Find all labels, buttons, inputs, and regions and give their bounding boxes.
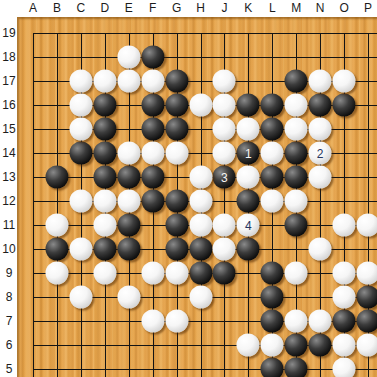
white-stone-D17 (93, 70, 116, 93)
grid-line-col-A (33, 33, 34, 377)
white-stone-M9 (285, 262, 308, 285)
black-stone-B13 (45, 166, 68, 189)
grid-line-row-5 (33, 369, 377, 370)
white-stone-D9 (93, 262, 116, 285)
white-stone-C17 (69, 70, 92, 93)
black-stone-K16 (237, 94, 260, 117)
white-stone-O8 (333, 286, 356, 309)
white-stone-J14 (213, 142, 236, 165)
black-stone-D13 (93, 166, 116, 189)
black-stone-K14: 1 (237, 142, 260, 165)
row-label-18: 18 (2, 51, 15, 63)
black-stone-G11 (165, 214, 188, 237)
column-label-A: A (29, 2, 37, 14)
black-stone-F16 (141, 94, 164, 117)
column-label-B: B (53, 2, 61, 14)
black-stone-L7 (261, 310, 284, 333)
column-label-D: D (100, 2, 109, 14)
white-stone-O9 (333, 262, 356, 285)
move-number-1: 1 (245, 147, 252, 159)
white-stone-N7 (309, 310, 332, 333)
white-stone-H12 (189, 190, 212, 213)
black-stone-M11 (285, 214, 308, 237)
white-stone-M12 (285, 190, 308, 213)
column-label-K: K (244, 2, 252, 14)
white-stone-L14 (261, 142, 284, 165)
black-stone-F13 (141, 166, 164, 189)
row-label-11: 11 (3, 219, 15, 231)
black-stone-D10 (93, 238, 116, 261)
black-stone-G17 (165, 70, 188, 93)
white-stone-H8 (189, 286, 212, 309)
white-stone-M7 (285, 310, 308, 333)
black-stone-L5 (261, 358, 284, 377)
white-stone-M15 (285, 118, 308, 141)
white-stone-P11 (357, 214, 377, 237)
white-stone-N14: 2 (309, 142, 332, 165)
black-stone-F15 (141, 118, 164, 141)
white-stone-C16 (69, 94, 92, 117)
black-stone-H10 (189, 238, 212, 261)
grid-line-row-18 (33, 57, 377, 58)
column-label-G: G (172, 2, 181, 14)
white-stone-F17 (141, 70, 164, 93)
white-stone-O6 (333, 334, 356, 357)
white-stone-J17 (213, 70, 236, 93)
row-label-9: 9 (6, 267, 13, 279)
row-label-19: 19 (2, 27, 15, 39)
go-board-screenshot: 1324 ABCDEFGHJKLMNOP 1918171615141312111… (0, 0, 377, 377)
black-stone-G12 (165, 190, 188, 213)
black-stone-D15 (93, 118, 116, 141)
white-stone-H16 (189, 94, 212, 117)
black-stone-M13 (285, 166, 308, 189)
row-label-14: 14 (2, 147, 15, 159)
white-stone-E8 (117, 286, 140, 309)
row-label-7: 7 (6, 315, 13, 327)
column-label-C: C (77, 2, 86, 14)
black-stone-H9 (189, 262, 212, 285)
black-stone-N6 (309, 334, 332, 357)
black-stone-L8 (261, 286, 284, 309)
white-stone-H11 (189, 214, 212, 237)
white-stone-P9 (357, 262, 377, 285)
row-label-5: 5 (6, 363, 13, 375)
row-label-15: 15 (2, 123, 15, 135)
white-stone-C8 (69, 286, 92, 309)
white-stone-C15 (69, 118, 92, 141)
black-stone-K10 (237, 238, 260, 261)
white-stone-B9 (45, 262, 68, 285)
white-stone-N13 (309, 166, 332, 189)
move-number-2: 2 (317, 147, 324, 159)
row-label-10: 10 (2, 243, 15, 255)
white-stone-L6 (261, 334, 284, 357)
black-stone-L9 (261, 262, 284, 285)
row-label-12: 12 (2, 195, 15, 207)
white-stone-M16 (285, 94, 308, 117)
white-stone-C10 (69, 238, 92, 261)
white-stone-K11: 4 (237, 214, 260, 237)
white-stone-F7 (141, 310, 164, 333)
move-number-3: 3 (221, 171, 228, 183)
white-stone-B11 (45, 214, 68, 237)
column-label-H: H (196, 2, 205, 14)
black-stone-F18 (141, 46, 164, 69)
row-label-8: 8 (6, 291, 13, 303)
grid-line-row-19 (33, 33, 377, 34)
column-label-E: E (125, 2, 133, 14)
black-stone-O7 (333, 310, 356, 333)
black-stone-G16 (165, 94, 188, 117)
white-stone-F14 (141, 142, 164, 165)
white-stone-C12 (69, 190, 92, 213)
row-label-17: 17 (2, 75, 15, 87)
row-label-6: 6 (6, 339, 13, 351)
white-stone-O11 (333, 214, 356, 237)
black-stone-E11 (117, 214, 140, 237)
white-stone-O5 (333, 358, 356, 377)
white-stone-G9 (165, 262, 188, 285)
white-stone-E18 (117, 46, 140, 69)
move-number-4: 4 (245, 219, 252, 231)
row-label-16: 16 (2, 99, 15, 111)
black-stone-D16 (93, 94, 116, 117)
white-stone-G14 (165, 142, 188, 165)
black-stone-K12 (237, 190, 260, 213)
white-stone-J16 (213, 94, 236, 117)
white-stone-G7 (165, 310, 188, 333)
white-stone-P6 (357, 334, 377, 357)
black-stone-N16 (309, 94, 332, 117)
white-stone-N10 (309, 238, 332, 261)
black-stone-J13: 3 (213, 166, 236, 189)
white-stone-E12 (117, 190, 140, 213)
white-stone-J15 (213, 118, 236, 141)
white-stone-F9 (141, 262, 164, 285)
black-stone-M6 (285, 334, 308, 357)
white-stone-E17 (117, 70, 140, 93)
black-stone-O16 (333, 94, 356, 117)
white-stone-O17 (333, 70, 356, 93)
go-board[interactable]: 1324 (17, 17, 377, 377)
column-label-F: F (149, 2, 156, 14)
black-stone-J9 (213, 262, 236, 285)
black-stone-B10 (45, 238, 68, 261)
white-stone-E14 (117, 142, 140, 165)
white-stone-L12 (261, 190, 284, 213)
white-stone-N17 (309, 70, 332, 93)
white-stone-D12 (93, 190, 116, 213)
black-stone-M5 (285, 358, 308, 377)
column-label-P: P (364, 2, 372, 14)
black-stone-E10 (117, 238, 140, 261)
white-stone-J10 (213, 238, 236, 261)
black-stone-G15 (165, 118, 188, 141)
column-label-M: M (291, 2, 301, 14)
column-label-L: L (269, 2, 276, 14)
grid-line-col-B (57, 33, 58, 377)
black-stone-M17 (285, 70, 308, 93)
black-stone-G10 (165, 238, 188, 261)
black-stone-C14 (69, 142, 92, 165)
black-stone-L16 (261, 94, 284, 117)
column-label-N: N (316, 2, 325, 14)
row-label-13: 13 (2, 171, 15, 183)
black-stone-P7 (357, 310, 377, 333)
white-stone-K6 (237, 334, 260, 357)
black-stone-L13 (261, 166, 284, 189)
white-stone-J11 (213, 214, 236, 237)
white-stone-H13 (189, 166, 212, 189)
black-stone-P8 (357, 286, 377, 309)
column-label-J: J (221, 2, 227, 14)
black-stone-F12 (141, 190, 164, 213)
column-label-O: O (339, 2, 348, 14)
black-stone-L15 (261, 118, 284, 141)
white-stone-K15 (237, 118, 260, 141)
black-stone-D14 (93, 142, 116, 165)
white-stone-N15 (309, 118, 332, 141)
black-stone-E13 (117, 166, 140, 189)
black-stone-M14 (285, 142, 308, 165)
white-stone-K13 (237, 166, 260, 189)
white-stone-D11 (93, 214, 116, 237)
